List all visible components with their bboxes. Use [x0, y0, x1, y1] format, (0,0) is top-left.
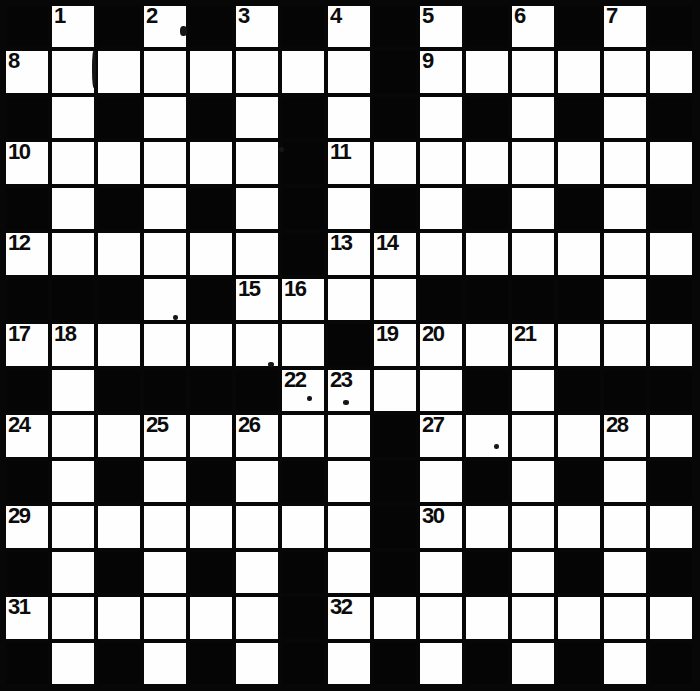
- cell-r10c14[interactable]: 28: [604, 415, 646, 456]
- clue-number-19: 19: [376, 323, 397, 345]
- cell-r15c13: [558, 643, 600, 684]
- cell-r15c6[interactable]: [236, 643, 278, 684]
- cell-r10c4[interactable]: 25: [144, 415, 186, 456]
- cell-r2c10[interactable]: 9: [420, 51, 462, 92]
- cell-r9c12[interactable]: [512, 370, 554, 411]
- cell-r15c12[interactable]: [512, 643, 554, 684]
- cell-r5c11: [466, 188, 508, 229]
- cell-r1c13: [558, 6, 600, 47]
- cell-r9c11: [466, 370, 508, 411]
- clue-number-3: 3: [238, 5, 249, 27]
- cell-r13c4[interactable]: [144, 552, 186, 593]
- cell-r2c7[interactable]: [282, 51, 324, 92]
- cell-r13c2[interactable]: [52, 552, 94, 593]
- clue-number-29: 29: [8, 505, 29, 527]
- cell-r1c14[interactable]: 7: [604, 6, 646, 47]
- cell-r11c8[interactable]: [328, 461, 370, 502]
- cell-r2c9: [374, 51, 416, 92]
- cell-r7c5: [190, 279, 232, 320]
- cell-r2c1[interactable]: 8: [6, 51, 48, 92]
- crossword-puzzle: 1234567891011121314151617181920212223242…: [0, 0, 700, 691]
- clue-number-10: 10: [8, 141, 29, 163]
- cell-r15c11: [466, 643, 508, 684]
- cell-r15c8[interactable]: [328, 643, 370, 684]
- cell-r7c15: [650, 279, 692, 320]
- cell-r11c15: [650, 461, 692, 502]
- clue-number-17: 17: [8, 323, 29, 345]
- cell-r11c7: [282, 461, 324, 502]
- cell-r10c8[interactable]: [328, 415, 370, 456]
- cell-r2c4[interactable]: [144, 51, 186, 92]
- clue-number-2: 2: [146, 5, 157, 27]
- cell-r9c2[interactable]: [52, 370, 94, 411]
- cell-r10c9: [374, 415, 416, 456]
- cell-r10c7[interactable]: [282, 415, 324, 456]
- cell-r14c12[interactable]: [512, 597, 554, 638]
- cell-r12c11[interactable]: [466, 506, 508, 547]
- clue-number-23: 23: [330, 369, 351, 391]
- cell-r13c10[interactable]: [420, 552, 462, 593]
- cell-r10c5[interactable]: [190, 415, 232, 456]
- cell-r9c9[interactable]: [374, 370, 416, 411]
- cell-r13c6[interactable]: [236, 552, 278, 593]
- cell-r8c2[interactable]: 18: [52, 324, 94, 365]
- cell-r10c15[interactable]: [650, 415, 692, 456]
- cell-r6c10[interactable]: [420, 233, 462, 274]
- clue-number-26: 26: [238, 414, 259, 436]
- clue-number-16: 16: [284, 278, 305, 300]
- cell-r15c1: [6, 643, 48, 684]
- cell-r8c6[interactable]: [236, 324, 278, 365]
- clue-number-22: 22: [284, 369, 305, 391]
- cell-r12c10[interactable]: 30: [420, 506, 462, 547]
- cell-r4c8[interactable]: 11: [328, 142, 370, 183]
- cell-r8c3[interactable]: [98, 324, 140, 365]
- cell-r6c7: [282, 233, 324, 274]
- cell-r3c3: [98, 97, 140, 138]
- clue-number-24: 24: [8, 414, 29, 436]
- cell-r12c9: [374, 506, 416, 547]
- cell-r11c5: [190, 461, 232, 502]
- cell-r8c9[interactable]: 19: [374, 324, 416, 365]
- cell-r7c9[interactable]: [374, 279, 416, 320]
- cell-r8c13[interactable]: [558, 324, 600, 365]
- cell-r9c8[interactable]: 23: [328, 370, 370, 411]
- cell-r4c10[interactable]: [420, 142, 462, 183]
- cell-r13c14[interactable]: [604, 552, 646, 593]
- cell-r13c9: [374, 552, 416, 593]
- cell-r7c12: [512, 279, 554, 320]
- cell-r8c11[interactable]: [466, 324, 508, 365]
- cell-r4c11[interactable]: [466, 142, 508, 183]
- cell-r8c10[interactable]: 20: [420, 324, 462, 365]
- clue-number-11: 11: [330, 141, 350, 163]
- cell-r11c4[interactable]: [144, 461, 186, 502]
- clue-number-28: 28: [606, 414, 627, 436]
- cell-r14c7: [282, 597, 324, 638]
- cell-r1c9: [374, 6, 416, 47]
- clue-number-18: 18: [54, 323, 75, 345]
- cell-r8c5[interactable]: [190, 324, 232, 365]
- cell-r8c4[interactable]: [144, 324, 186, 365]
- clue-number-25: 25: [146, 414, 167, 436]
- cell-r7c6[interactable]: 15: [236, 279, 278, 320]
- cell-r6c8[interactable]: 13: [328, 233, 370, 274]
- cell-r8c1[interactable]: 17: [6, 324, 48, 365]
- cell-r2c11[interactable]: [466, 51, 508, 92]
- cell-r13c5: [190, 552, 232, 593]
- cell-r5c1: [6, 188, 48, 229]
- cell-r14c10[interactable]: [420, 597, 462, 638]
- clue-number-5: 5: [422, 5, 433, 27]
- cell-r5c14[interactable]: [604, 188, 646, 229]
- cell-r10c2[interactable]: [52, 415, 94, 456]
- cell-r14c9[interactable]: [374, 597, 416, 638]
- cell-r3c4[interactable]: [144, 97, 186, 138]
- cell-r1c6[interactable]: 3: [236, 6, 278, 47]
- cell-r6c12[interactable]: [512, 233, 554, 274]
- cell-r15c4[interactable]: [144, 643, 186, 684]
- cell-r5c7: [282, 188, 324, 229]
- cell-r12c14[interactable]: [604, 506, 646, 547]
- cell-r4c7: [282, 142, 324, 183]
- cell-r15c10[interactable]: [420, 643, 462, 684]
- cell-r9c4: [144, 370, 186, 411]
- cell-r14c3[interactable]: [98, 597, 140, 638]
- clue-number-9: 9: [422, 50, 433, 72]
- cell-r5c2[interactable]: [52, 188, 94, 229]
- cell-r5c12[interactable]: [512, 188, 554, 229]
- clue-number-32: 32: [330, 596, 351, 618]
- cell-r13c13: [558, 552, 600, 593]
- clue-number-31: 31: [8, 596, 29, 618]
- cell-r3c8[interactable]: [328, 97, 370, 138]
- cell-r12c13[interactable]: [558, 506, 600, 547]
- cell-r14c6[interactable]: [236, 597, 278, 638]
- cell-r11c2[interactable]: [52, 461, 94, 502]
- cell-r11c6[interactable]: [236, 461, 278, 502]
- clue-number-27: 27: [422, 414, 443, 436]
- cell-r12c2[interactable]: [52, 506, 94, 547]
- cell-r9c13: [558, 370, 600, 411]
- cell-r13c7: [282, 552, 324, 593]
- cell-r6c15[interactable]: [650, 233, 692, 274]
- cell-r11c3: [98, 461, 140, 502]
- cell-r4c3[interactable]: [98, 142, 140, 183]
- cell-r11c10[interactable]: [420, 461, 462, 502]
- cell-r8c8: [328, 324, 370, 365]
- cell-r2c13[interactable]: [558, 51, 600, 92]
- cell-r11c12[interactable]: [512, 461, 554, 502]
- cell-r10c13[interactable]: [558, 415, 600, 456]
- cell-r11c9: [374, 461, 416, 502]
- cell-r3c7: [282, 97, 324, 138]
- cell-r1c4[interactable]: 2: [144, 6, 186, 47]
- cell-r3c12[interactable]: [512, 97, 554, 138]
- cell-r1c2[interactable]: 1: [52, 6, 94, 47]
- cell-r3c1: [6, 97, 48, 138]
- cell-r2c8[interactable]: [328, 51, 370, 92]
- cell-r7c14[interactable]: [604, 279, 646, 320]
- cell-r8c14[interactable]: [604, 324, 646, 365]
- cell-r14c15[interactable]: [650, 597, 692, 638]
- clue-number-13: 13: [330, 232, 351, 254]
- cell-r9c5: [190, 370, 232, 411]
- cell-r1c15: [650, 6, 692, 47]
- cell-r10c6[interactable]: 26: [236, 415, 278, 456]
- cell-r3c6[interactable]: [236, 97, 278, 138]
- cell-r12c8[interactable]: [328, 506, 370, 547]
- clue-number-21: 21: [514, 323, 535, 345]
- cell-r9c14: [604, 370, 646, 411]
- cell-r4c2[interactable]: [52, 142, 94, 183]
- cell-r15c5: [190, 643, 232, 684]
- cell-r11c13: [558, 461, 600, 502]
- cell-r14c5[interactable]: [190, 597, 232, 638]
- cell-r6c1[interactable]: 12: [6, 233, 48, 274]
- cell-r14c14[interactable]: [604, 597, 646, 638]
- cell-r10c10[interactable]: 27: [420, 415, 462, 456]
- cell-r3c15: [650, 97, 692, 138]
- cell-r14c11[interactable]: [466, 597, 508, 638]
- cell-r4c12[interactable]: [512, 142, 554, 183]
- cell-r12c6[interactable]: [236, 506, 278, 547]
- cell-r6c3[interactable]: [98, 233, 140, 274]
- cell-r7c1: [6, 279, 48, 320]
- cell-r10c11[interactable]: [466, 415, 508, 456]
- cell-r6c9[interactable]: 14: [374, 233, 416, 274]
- cell-r12c12[interactable]: [512, 506, 554, 547]
- cell-r4c4[interactable]: [144, 142, 186, 183]
- cell-r13c1: [6, 552, 48, 593]
- cell-r4c1[interactable]: 10: [6, 142, 48, 183]
- cell-r5c15: [650, 188, 692, 229]
- cell-r7c13: [558, 279, 600, 320]
- cell-r7c11: [466, 279, 508, 320]
- cell-r4c6[interactable]: [236, 142, 278, 183]
- cell-r8c7[interactable]: [282, 324, 324, 365]
- cell-r6c13[interactable]: [558, 233, 600, 274]
- cell-r15c15: [650, 643, 692, 684]
- cell-r1c5: [190, 6, 232, 47]
- cell-r1c3: [98, 6, 140, 47]
- crossword-board: 1234567891011121314151617181920212223242…: [0, 0, 700, 691]
- cell-r7c10: [420, 279, 462, 320]
- clue-number-6: 6: [514, 5, 525, 27]
- cell-r2c12[interactable]: [512, 51, 554, 92]
- cell-r4c5[interactable]: [190, 142, 232, 183]
- cell-r13c11: [466, 552, 508, 593]
- cell-r5c6[interactable]: [236, 188, 278, 229]
- cell-r14c1[interactable]: 31: [6, 597, 48, 638]
- cell-r12c7[interactable]: [282, 506, 324, 547]
- cell-r12c15[interactable]: [650, 506, 692, 547]
- cell-r10c12[interactable]: [512, 415, 554, 456]
- cell-r7c4[interactable]: [144, 279, 186, 320]
- cell-r2c3[interactable]: [98, 51, 140, 92]
- cell-r5c10[interactable]: [420, 188, 462, 229]
- cell-r6c5[interactable]: [190, 233, 232, 274]
- cell-r15c2[interactable]: [52, 643, 94, 684]
- cell-r9c10[interactable]: [420, 370, 462, 411]
- cell-r7c2: [52, 279, 94, 320]
- cell-r3c2[interactable]: [52, 97, 94, 138]
- cell-r11c1: [6, 461, 48, 502]
- cell-r5c13: [558, 188, 600, 229]
- cell-r1c12[interactable]: 6: [512, 6, 554, 47]
- cell-r13c12[interactable]: [512, 552, 554, 593]
- cell-r11c11: [466, 461, 508, 502]
- cell-r7c7[interactable]: 16: [282, 279, 324, 320]
- cell-r14c8[interactable]: 32: [328, 597, 370, 638]
- cell-r7c3: [98, 279, 140, 320]
- clue-number-30: 30: [422, 505, 443, 527]
- cell-r15c7: [282, 643, 324, 684]
- cell-r1c1: [6, 6, 48, 47]
- cell-r5c4[interactable]: [144, 188, 186, 229]
- cell-r3c5: [190, 97, 232, 138]
- cell-r10c3[interactable]: [98, 415, 140, 456]
- cell-r3c14[interactable]: [604, 97, 646, 138]
- cell-r10c1[interactable]: 24: [6, 415, 48, 456]
- cell-r15c9: [374, 643, 416, 684]
- cell-r12c1[interactable]: 29: [6, 506, 48, 547]
- cell-r7c8[interactable]: [328, 279, 370, 320]
- cell-r5c3: [98, 188, 140, 229]
- cell-r13c8[interactable]: [328, 552, 370, 593]
- cell-r3c13: [558, 97, 600, 138]
- cell-r5c9: [374, 188, 416, 229]
- cell-r1c8[interactable]: 4: [328, 6, 370, 47]
- clue-number-15: 15: [238, 278, 259, 300]
- cell-r3c10[interactable]: [420, 97, 462, 138]
- cell-r12c3[interactable]: [98, 506, 140, 547]
- cell-r13c15: [650, 552, 692, 593]
- cell-r3c11: [466, 97, 508, 138]
- cell-r4c14[interactable]: [604, 142, 646, 183]
- cell-r5c8[interactable]: [328, 188, 370, 229]
- clue-number-14: 14: [376, 232, 397, 254]
- cell-r11c14[interactable]: [604, 461, 646, 502]
- cell-r2c14[interactable]: [604, 51, 646, 92]
- cell-r2c5[interactable]: [190, 51, 232, 92]
- cell-r15c3: [98, 643, 140, 684]
- cell-r15c14[interactable]: [604, 643, 646, 684]
- cell-r12c5[interactable]: [190, 506, 232, 547]
- cell-r12c4[interactable]: [144, 506, 186, 547]
- cell-r4c13[interactable]: [558, 142, 600, 183]
- cell-r4c15[interactable]: [650, 142, 692, 183]
- cell-r8c15[interactable]: [650, 324, 692, 365]
- cell-r9c6: [236, 370, 278, 411]
- cell-r2c6[interactable]: [236, 51, 278, 92]
- cell-r2c15[interactable]: [650, 51, 692, 92]
- cell-r9c7[interactable]: 22: [282, 370, 324, 411]
- clue-number-4: 4: [330, 5, 341, 27]
- clue-number-20: 20: [422, 323, 443, 345]
- clue-number-8: 8: [8, 50, 19, 72]
- cell-r3c9: [374, 97, 416, 138]
- cell-r5c5: [190, 188, 232, 229]
- clue-number-7: 7: [606, 5, 617, 27]
- cell-r6c14[interactable]: [604, 233, 646, 274]
- cell-r6c2[interactable]: [52, 233, 94, 274]
- cell-r9c1: [6, 370, 48, 411]
- cell-r1c11: [466, 6, 508, 47]
- cell-r14c4[interactable]: [144, 597, 186, 638]
- clue-number-1: 1: [54, 5, 65, 27]
- cell-r6c4[interactable]: [144, 233, 186, 274]
- cell-r6c11[interactable]: [466, 233, 508, 274]
- cell-r2c2[interactable]: [52, 51, 94, 92]
- cell-r13c3: [98, 552, 140, 593]
- cell-r9c15: [650, 370, 692, 411]
- cell-r8c12[interactable]: 21: [512, 324, 554, 365]
- cell-r1c7: [282, 6, 324, 47]
- clue-number-12: 12: [8, 232, 29, 254]
- cell-r6c6[interactable]: [236, 233, 278, 274]
- cell-r14c13[interactable]: [558, 597, 600, 638]
- cell-r14c2[interactable]: [52, 597, 94, 638]
- cell-r4c9[interactable]: [374, 142, 416, 183]
- cell-r9c3: [98, 370, 140, 411]
- cell-r1c10[interactable]: 5: [420, 6, 462, 47]
